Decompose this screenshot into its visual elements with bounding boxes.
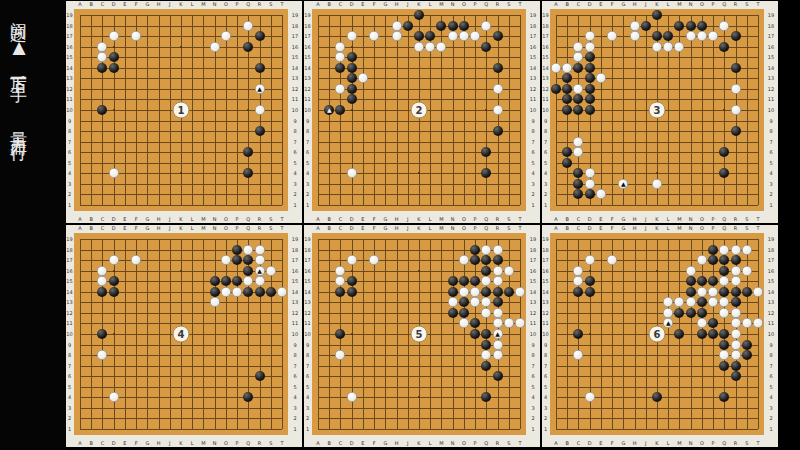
black-stone-D12 [347,84,357,94]
grid-line-horizontal [318,163,520,164]
grid-line-horizontal [318,205,520,206]
column-label-bottom: K [417,441,420,446]
column-label-bottom: T [518,441,521,446]
black-stone-C14 [97,63,107,73]
black-stone-N18 [448,21,458,31]
row-label-left: 7 [68,139,71,144]
grid-line-vertical [282,15,283,205]
column-label-bottom: M [201,441,205,446]
column-label-bottom: Q [722,217,726,222]
row-label-left: 8 [544,353,547,358]
row-label-right: 8 [293,353,296,358]
white-stone-F17 [369,255,379,265]
row-label-left: 5 [544,160,547,165]
black-stone-Q14 [719,287,729,297]
black-stone-Q14 [243,287,253,297]
grid-line-horizontal [80,131,282,132]
black-stone-D15 [347,276,357,286]
black-stone-M18 [674,21,684,31]
column-label-top: S [507,226,510,231]
column-label-top: C [101,226,105,231]
white-stone-N16 [210,42,220,52]
black-stone-P11 [470,318,480,328]
column-label-bottom: N [451,441,455,446]
star-point [656,172,658,174]
white-stone-O17 [221,31,231,41]
column-label-top: N [213,2,217,7]
row-label-left: 3 [544,181,547,186]
column-label-bottom: Q [722,441,726,446]
column-label-top: B [90,2,93,7]
grid-line-horizontal [556,376,758,377]
black-stone-D14 [585,63,595,73]
black-stone-Q16 [243,266,253,276]
triangle-mark-icon: ▲ [257,267,262,273]
row-label-right: 6 [531,374,534,379]
row-label-right: 18 [292,23,298,28]
column-label-bottom: T [518,217,521,222]
column-label-top: G [621,2,625,7]
column-label-top: M [677,2,681,7]
column-label-top: Q [246,2,250,7]
grid-line-vertical [520,15,521,205]
row-label-right: 10 [292,108,298,113]
white-stone-R12 [731,84,741,94]
row-label-right: 18 [292,247,298,252]
black-stone-N14 [448,287,458,297]
column-label-top: B [90,226,93,231]
column-label-top: O [700,2,704,7]
column-label-top: M [201,226,205,231]
row-label-left: 15 [304,55,310,60]
black-stone-K17 [414,31,424,41]
column-label-bottom: N [451,217,455,222]
column-label-top: C [577,226,581,231]
row-label-left: 12 [542,310,548,315]
column-label-bottom: D [112,441,116,446]
grid-line-vertical [203,15,204,205]
grid-line-vertical [453,15,454,205]
black-stone-R17 [493,255,503,265]
grid-line-horizontal [80,194,282,195]
column-label-top: J [169,2,170,7]
white-stone-R10 [731,105,741,115]
column-label-bottom: H [633,441,637,446]
column-label-bottom: K [417,217,420,222]
title-advice-text: 量力而行 [9,119,29,135]
white-stone-C8 [335,350,345,360]
marked-black-stone-B10: ▲ [324,105,334,115]
black-stone-B5 [562,158,572,168]
column-label-bottom: D [112,217,116,222]
row-label-left: 3 [306,181,309,186]
black-stone-K19 [652,10,662,20]
white-stone-T14 [753,287,763,297]
white-stone-S16 [504,266,514,276]
white-stone-K3 [652,179,662,189]
column-label-top: O [462,226,466,231]
white-stone-S16 [742,266,752,276]
row-label-right: 4 [293,395,296,400]
star-point [180,270,182,272]
white-stone-A14 [551,63,561,73]
column-label-top: K [417,226,420,231]
white-stone-D17 [109,31,119,41]
column-label-top: H [633,2,637,7]
row-label-left: 15 [66,279,72,284]
column-label-bottom: P [236,441,239,446]
grid-line-horizontal [80,184,282,185]
column-label-top: E [599,2,602,7]
star-point [351,333,353,335]
column-label-bottom: J [645,441,646,446]
white-stone-C16 [573,266,583,276]
row-label-left: 11 [542,321,548,326]
diagram-number-2: 2 [411,102,428,119]
star-point [351,109,353,111]
row-label-right: 10 [768,108,774,113]
column-label-top: K [655,226,658,231]
black-stone-Q16 [243,42,253,52]
white-stone-F17 [131,31,141,41]
white-stone-Q18 [481,21,491,31]
column-label-bottom: N [213,441,217,446]
column-label-top: C [101,2,105,7]
column-label-bottom: K [655,441,658,446]
column-label-bottom: E [123,441,126,446]
column-label-top: J [407,226,408,231]
row-label-right: 19 [768,237,774,242]
row-label-left: 5 [68,384,71,389]
row-label-left: 7 [68,363,71,368]
black-stone-Q17 [481,255,491,265]
column-label-bottom: J [645,217,646,222]
column-label-top: T [518,226,521,231]
row-label-left: 11 [66,321,72,326]
column-label-top: L [667,2,670,7]
row-label-right: 12 [292,310,298,315]
row-label-right: 2 [769,192,772,197]
white-stone-K16 [652,42,662,52]
column-label-bottom: K [179,217,182,222]
white-stone-D17 [347,255,357,265]
black-stone-R8 [493,126,503,136]
black-stone-D14 [585,287,595,297]
white-stone-Q18 [719,245,729,255]
star-point [723,109,725,111]
column-label-bottom: P [474,217,477,222]
column-label-top: B [566,2,569,7]
white-stone-O11 [459,318,469,328]
row-label-right: 18 [530,247,536,252]
row-label-left: 1 [306,203,309,208]
row-label-left: 4 [68,171,71,176]
row-label-left: 18 [304,247,310,252]
black-stone-R14 [731,287,741,297]
column-label-bottom: C [101,441,105,446]
row-label-right: 11 [292,97,298,102]
row-label-left: 17 [66,258,72,263]
column-label-bottom: D [588,441,592,446]
column-label-top: A [316,226,319,231]
triangle-mark-icon: ▲ [327,107,332,113]
grid-line-vertical [430,239,431,429]
grid-line-horizontal [556,163,758,164]
go-board-1: AA1919BB1818CC1717DD1616EE1515FF1414GG13… [66,1,302,223]
column-label-top: T [518,2,521,7]
column-label-bottom: A [554,441,557,446]
row-label-left: 18 [542,23,548,28]
row-label-right: 15 [768,55,774,60]
grid-line-vertical [192,239,193,429]
white-stone-R9 [731,340,741,350]
row-label-right: 5 [531,160,534,165]
black-stone-C10 [335,105,345,115]
row-label-right: 17 [530,258,536,263]
black-stone-N14 [210,287,220,297]
black-stone-R14 [255,63,265,73]
row-label-left: 18 [542,247,548,252]
column-label-top: K [655,2,658,7]
grid-line-horizontal [80,418,282,419]
column-label-bottom: Q [246,441,250,446]
black-stone-D13 [347,73,357,83]
white-stone-P17 [470,31,480,41]
white-stone-O17 [697,31,707,41]
white-stone-D4 [585,392,595,402]
black-stone-K17 [652,31,662,41]
black-stone-D2 [585,189,595,199]
black-stone-Q4 [719,168,729,178]
white-stone-T14 [515,287,525,297]
row-label-right: 15 [292,279,298,284]
row-label-left: 11 [304,321,310,326]
row-label-left: 9 [68,342,71,347]
row-label-left: 10 [304,332,310,337]
row-label-right: 7 [769,363,772,368]
grid-line-vertical [271,15,272,205]
column-label-top: L [667,226,670,231]
row-label-right: 7 [531,139,534,144]
column-label-bottom: B [328,441,331,446]
black-stone-P17 [232,255,242,265]
title-problem-text: 问题：▲后下一手 [9,8,29,77]
grid-line-vertical [758,239,759,429]
row-label-left: 15 [304,279,310,284]
row-label-right: 14 [768,65,774,70]
column-label-top: Q [484,226,488,231]
black-stone-N18 [686,21,696,31]
column-label-bottom: M [677,441,681,446]
column-label-bottom: A [316,441,319,446]
column-label-bottom: Q [484,217,488,222]
column-label-top: T [280,2,283,7]
row-label-right: 16 [768,268,774,273]
black-stone-D14 [347,287,357,297]
column-label-bottom: K [179,441,182,446]
grid-line-horizontal [318,194,520,195]
row-label-right: 19 [530,237,536,242]
column-label-bottom: G [621,441,625,446]
white-stone-L13 [663,297,673,307]
white-stone-D17 [109,255,119,265]
column-label-top: Q [246,226,250,231]
white-stone-F17 [607,255,617,265]
column-label-top: E [361,2,364,7]
row-label-right: 16 [292,268,298,273]
star-point [418,172,420,174]
row-label-right: 6 [293,150,296,155]
row-label-left: 11 [66,97,72,102]
row-label-right: 4 [769,395,772,400]
column-label-top: D [112,2,116,7]
row-label-left: 2 [68,192,71,197]
white-stone-F17 [607,31,617,41]
star-point [113,270,115,272]
white-stone-S11 [742,318,752,328]
column-label-top: J [645,226,646,231]
column-label-bottom: N [689,441,693,446]
black-stone-C14 [573,63,583,73]
white-stone-O14 [221,287,231,297]
black-stone-C11 [573,94,583,104]
white-stone-C15 [97,276,107,286]
black-stone-A12 [551,84,561,94]
black-stone-S14 [504,287,514,297]
row-label-left: 16 [66,44,72,49]
column-label-bottom: H [395,217,399,222]
column-label-top: K [179,226,182,231]
black-stone-O15 [221,276,231,286]
black-stone-P11 [708,318,718,328]
star-point [418,270,420,272]
row-label-right: 9 [293,118,296,123]
row-label-right: 1 [769,427,772,432]
column-label-top: F [611,2,614,7]
column-label-bottom: F [373,217,376,222]
row-label-left: 2 [306,192,309,197]
row-label-right: 11 [530,97,536,102]
triangle-mark-icon: ▲ [666,320,671,326]
column-label-bottom: H [157,217,161,222]
row-label-right: 2 [531,416,534,421]
column-label-top: F [135,2,138,7]
white-stone-Q13 [719,297,729,307]
column-label-bottom: L [667,441,670,446]
white-stone-R10 [493,105,503,115]
row-label-left: 5 [306,160,309,165]
black-stone-D11 [347,94,357,104]
row-label-right: 15 [530,279,536,284]
row-label-right: 4 [769,171,772,176]
row-label-left: 14 [304,289,310,294]
white-stone-D4 [109,392,119,402]
white-stone-C16 [573,42,583,52]
black-stone-P18 [232,245,242,255]
row-label-right: 2 [769,416,772,421]
black-stone-C14 [573,287,583,297]
row-label-left: 15 [66,55,72,60]
white-stone-P17 [708,31,718,41]
column-label-bottom: P [474,441,477,446]
white-stone-Q12 [481,308,491,318]
black-stone-C3 [573,179,583,189]
row-label-right: 14 [530,65,536,70]
white-stone-D16 [585,42,595,52]
column-label-top: C [577,2,581,7]
row-label-left: 17 [542,34,548,39]
grid-line-horizontal [556,205,758,206]
column-label-bottom: E [361,217,364,222]
go-board-2: AA1919BB1818CC1717DD1616EE1515FF1414GG13… [304,1,540,223]
row-label-right: 1 [769,203,772,208]
row-label-left: 1 [306,427,309,432]
column-label-top: P [474,226,477,231]
black-stone-S14 [266,287,276,297]
row-label-left: 12 [304,310,310,315]
column-label-bottom: F [135,217,138,222]
column-label-top: D [112,226,116,231]
grid-line-vertical [192,15,193,205]
column-label-top: G [145,226,149,231]
column-label-bottom: C [577,441,581,446]
row-label-left: 10 [66,332,72,337]
row-label-left: 2 [306,416,309,421]
row-label-left: 17 [66,34,72,39]
column-label-top: N [451,226,455,231]
column-label-top: T [756,226,759,231]
column-label-bottom: T [280,217,283,222]
column-label-bottom: L [429,217,432,222]
column-label-top: J [407,2,408,7]
black-stone-D15 [109,276,119,286]
white-stone-D4 [347,392,357,402]
marked-white-stone-R16: ▲ [255,266,265,276]
column-label-bottom: B [328,217,331,222]
grid-line-vertical [747,15,748,205]
column-label-top: Q [722,226,726,231]
row-label-left: 6 [544,374,547,379]
row-label-right: 17 [768,34,774,39]
grid-line-horizontal [318,184,520,185]
column-label-top: H [157,2,161,7]
column-label-bottom: O [700,441,704,446]
row-label-right: 4 [293,171,296,176]
column-label-top: P [236,2,239,7]
row-label-left: 9 [544,342,547,347]
black-stone-R8 [731,126,741,136]
black-stone-Q17 [243,255,253,265]
row-label-left: 6 [544,150,547,155]
row-label-right: 9 [769,118,772,123]
star-point [180,172,182,174]
row-label-right: 5 [293,384,296,389]
black-stone-Q16 [719,42,729,52]
diagram-number-3: 3 [649,102,666,119]
column-label-bottom: C [577,217,581,222]
row-label-left: 2 [544,192,547,197]
white-stone-Q12 [719,308,729,318]
black-stone-B12 [562,84,572,94]
grid-line-vertical [226,15,227,205]
row-label-left: 17 [542,258,548,263]
column-label-top: M [439,2,443,7]
column-label-bottom: G [145,441,149,446]
white-stone-L12 [663,308,673,318]
black-stone-R17 [731,31,741,41]
black-stone-B6 [562,147,572,157]
row-label-left: 8 [306,353,309,358]
